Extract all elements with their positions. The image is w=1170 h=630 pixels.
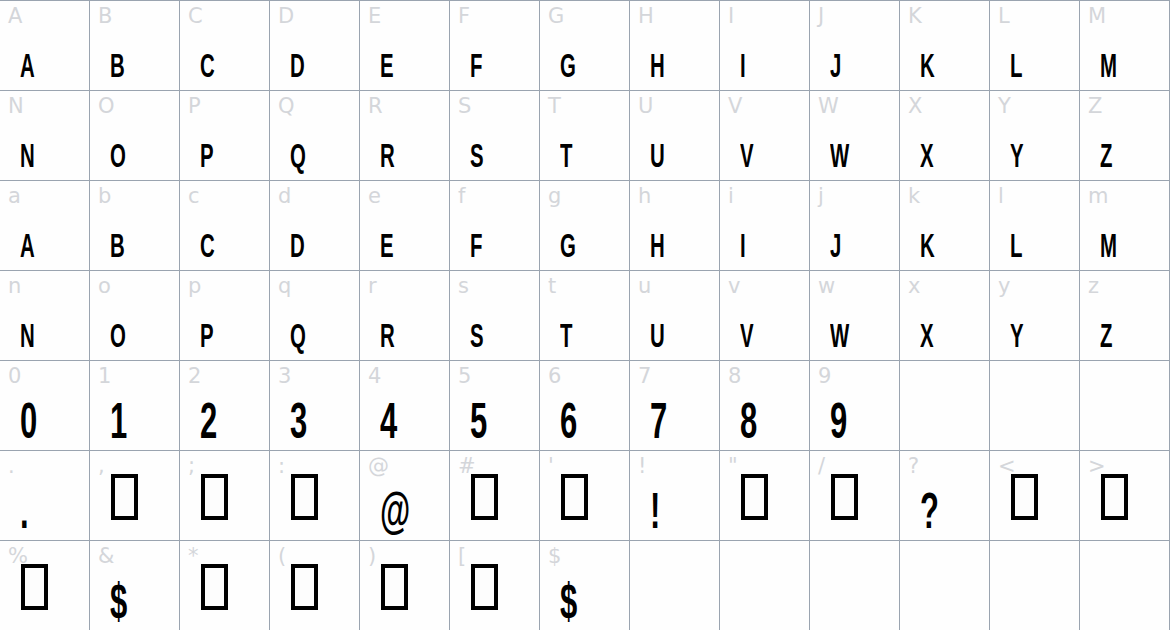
- charmap-cell: tT: [540, 271, 630, 361]
- cell-label: a: [8, 185, 21, 208]
- cell-label: S: [458, 95, 471, 118]
- cell-label: /: [818, 455, 825, 478]
- cell-glyph: U: [650, 318, 665, 352]
- charmap-cell: mM: [1080, 181, 1170, 271]
- cell-label: 5: [458, 365, 471, 388]
- notdef-box-glyph: [471, 474, 498, 520]
- cell-glyph: !: [650, 486, 660, 536]
- cell-label: I: [728, 5, 734, 28]
- cell-glyph: H: [650, 48, 665, 82]
- cell-glyph: Z: [1100, 138, 1112, 172]
- cell-glyph: 4: [380, 396, 397, 446]
- cell-label: J: [818, 5, 824, 28]
- cell-glyph: D: [290, 48, 305, 82]
- charmap-cell: VV: [720, 91, 810, 181]
- charmap-cell: @@: [360, 451, 450, 541]
- cell-glyph: F: [470, 228, 482, 262]
- cell-label: o: [98, 275, 111, 298]
- cell-label: *: [188, 545, 199, 568]
- cell-label: m: [1088, 185, 1108, 208]
- cell-label: M: [1088, 5, 1106, 28]
- cell-label: f: [458, 185, 465, 208]
- charmap-cell: (: [270, 541, 360, 630]
- charmap-cell: oO: [90, 271, 180, 361]
- cell-glyph: 8: [740, 396, 757, 446]
- notdef-box-glyph: [201, 564, 228, 610]
- charmap-cell: yY: [990, 271, 1080, 361]
- charmap-cell: 00: [0, 361, 90, 451]
- charmap-cell: kK: [900, 181, 990, 271]
- cell-label: B: [98, 5, 112, 28]
- cell-glyph: N: [20, 138, 35, 172]
- cell-glyph: D: [290, 228, 305, 262]
- cell-label: O: [98, 95, 115, 118]
- cell-label: h: [638, 185, 651, 208]
- charmap-cell: pP: [180, 271, 270, 361]
- charmap-cell: cC: [180, 181, 270, 271]
- cell-label: :: [278, 455, 285, 478]
- charmap-cell: [720, 541, 810, 630]
- notdef-box-glyph: [291, 474, 318, 520]
- cell-glyph: P: [200, 318, 214, 352]
- charmap-cell: QQ: [270, 91, 360, 181]
- charmap-cell: eE: [360, 181, 450, 271]
- charmap-cell: 22: [180, 361, 270, 451]
- cell-label: U: [638, 95, 653, 118]
- cell-glyph: O: [110, 318, 126, 352]
- cell-glyph: A: [20, 48, 35, 82]
- cell-label: 4: [368, 365, 381, 388]
- charmap-cell: rR: [360, 271, 450, 361]
- cell-label: G: [548, 5, 564, 28]
- notdef-box-glyph: [471, 564, 498, 610]
- charmap-cell: nN: [0, 271, 90, 361]
- notdef-box-glyph: [291, 564, 318, 610]
- charmap-cell: %: [0, 541, 90, 630]
- cell-label: C: [188, 5, 203, 28]
- cell-glyph: H: [650, 228, 665, 262]
- notdef-box-glyph: [1101, 474, 1128, 520]
- charmap-cell: sS: [450, 271, 540, 361]
- charmap-cell: YY: [990, 91, 1080, 181]
- charmap-cell: zZ: [1080, 271, 1170, 361]
- cell-label: t: [548, 275, 556, 298]
- cell-label: 7: [638, 365, 651, 388]
- charmap-cell: bB: [90, 181, 180, 271]
- cell-label: ": [728, 455, 738, 478]
- cell-label: u: [638, 275, 651, 298]
- cell-glyph: N: [20, 318, 35, 352]
- cell-glyph: A: [20, 228, 35, 262]
- charmap-cell: EE: [360, 1, 450, 91]
- cell-glyph: X: [920, 138, 934, 172]
- cell-glyph: 2: [200, 396, 217, 446]
- charmap-cell: [990, 361, 1080, 451]
- cell-glyph: Z: [1100, 318, 1112, 352]
- cell-label: g: [548, 185, 561, 208]
- cell-glyph: 5: [470, 396, 487, 446]
- charmap-cell: [990, 541, 1080, 630]
- cell-label: E: [368, 5, 381, 28]
- cell-label: X: [908, 95, 922, 118]
- cell-label: 1: [98, 365, 111, 388]
- cell-glyph: T: [560, 138, 572, 172]
- cell-glyph: I: [740, 48, 746, 82]
- charmap-cell: ': [540, 451, 630, 541]
- cell-glyph: K: [920, 228, 935, 262]
- charmap-cell: /: [810, 451, 900, 541]
- cell-label: D: [278, 5, 294, 28]
- cell-glyph: 1: [110, 396, 127, 446]
- cell-label: !: [638, 455, 646, 478]
- charmap-cell: ??: [900, 451, 990, 541]
- charmap-cell: [810, 541, 900, 630]
- charmap-cell: KK: [900, 1, 990, 91]
- cell-label: k: [908, 185, 920, 208]
- charmap-cell: [900, 541, 990, 630]
- cell-glyph: S: [470, 138, 484, 172]
- cell-label: ): [368, 545, 376, 568]
- charmap-cell: ): [360, 541, 450, 630]
- charmap-cell: [1080, 361, 1170, 451]
- charmap-cell: fF: [450, 181, 540, 271]
- notdef-box-glyph: [741, 474, 768, 520]
- charmap-cell: hH: [630, 181, 720, 271]
- cell-label: q: [278, 275, 291, 298]
- cell-label: Q: [278, 95, 295, 118]
- cell-label: (: [278, 545, 286, 568]
- cell-label: s: [458, 275, 469, 298]
- cell-glyph: X: [920, 318, 934, 352]
- cell-glyph: B: [110, 48, 125, 82]
- notdef-box-glyph: [1011, 474, 1038, 520]
- cell-glyph: J: [830, 48, 841, 82]
- charmap-cell: GG: [540, 1, 630, 91]
- cell-label: e: [368, 185, 381, 208]
- cell-glyph: M: [1100, 228, 1117, 262]
- charmap-cell: 66: [540, 361, 630, 451]
- charmap-cell: [630, 541, 720, 630]
- cell-glyph: L: [1010, 228, 1022, 262]
- charmap-cell: jJ: [810, 181, 900, 271]
- charmap-cell: lL: [990, 181, 1080, 271]
- cell-label: y: [998, 275, 1010, 298]
- cell-label: ;: [188, 455, 195, 478]
- cell-label: 2: [188, 365, 201, 388]
- cell-label: r: [368, 275, 377, 298]
- charmap-cell: ZZ: [1080, 91, 1170, 181]
- cell-glyph: L: [1010, 48, 1022, 82]
- cell-glyph: 6: [560, 396, 577, 446]
- cell-glyph: G: [560, 48, 576, 82]
- cell-label: i: [728, 185, 734, 208]
- charmap-cell: dD: [270, 181, 360, 271]
- charmap-cell: [900, 361, 990, 451]
- cell-label: R: [368, 95, 383, 118]
- cell-label: T: [548, 95, 561, 118]
- cell-glyph: Y: [1010, 318, 1024, 352]
- charmap-cell: SS: [450, 91, 540, 181]
- cell-glyph: ?: [920, 486, 939, 536]
- notdef-box-glyph: [111, 474, 138, 520]
- cell-glyph: J: [830, 228, 841, 262]
- cell-label: ?: [908, 455, 919, 478]
- cell-glyph: O: [110, 138, 126, 172]
- cell-glyph: C: [200, 48, 215, 82]
- charmap-cell: XX: [900, 91, 990, 181]
- cell-glyph: F: [470, 48, 482, 82]
- cell-label: H: [638, 5, 654, 28]
- charmap-cell: gG: [540, 181, 630, 271]
- charmap-cell: ..: [0, 451, 90, 541]
- cell-glyph: E: [380, 228, 394, 262]
- cell-label: n: [8, 275, 21, 298]
- cell-label: p: [188, 275, 201, 298]
- charmap-cell: !!: [630, 451, 720, 541]
- charmap-cell: &$: [90, 541, 180, 630]
- charmap-cell: [1080, 541, 1170, 630]
- notdef-box-glyph: [831, 474, 858, 520]
- charmap-cell: 44: [360, 361, 450, 451]
- notdef-box-glyph: [561, 474, 588, 520]
- cell-label: 0: [8, 365, 21, 388]
- charmap-cell: 77: [630, 361, 720, 451]
- notdef-box-glyph: [201, 474, 228, 520]
- charmap-cell: aA: [0, 181, 90, 271]
- cell-glyph: W: [830, 318, 849, 352]
- cell-label: j: [818, 185, 824, 208]
- charmap-cell: xX: [900, 271, 990, 361]
- cell-label: N: [8, 95, 24, 118]
- charmap-cell: 88: [720, 361, 810, 451]
- cell-label: 6: [548, 365, 561, 388]
- cell-label: 8: [728, 365, 741, 388]
- cell-label: @: [368, 455, 389, 478]
- cell-label: Z: [1088, 95, 1102, 118]
- cell-label: V: [728, 95, 742, 118]
- cell-glyph: $: [560, 576, 577, 626]
- charmap-cell: 11: [90, 361, 180, 451]
- cell-label: v: [728, 275, 740, 298]
- charmap-cell: II: [720, 1, 810, 91]
- cell-label: z: [1088, 275, 1099, 298]
- cell-label: F: [458, 5, 470, 28]
- charmap-cell: CC: [180, 1, 270, 91]
- cell-glyph: G: [560, 228, 576, 262]
- charmap-cell: ,: [90, 451, 180, 541]
- cell-glyph: T: [560, 318, 572, 352]
- charmap-cell: uU: [630, 271, 720, 361]
- cell-glyph: S: [470, 318, 484, 352]
- charmap-cell: OO: [90, 91, 180, 181]
- charmap-cell: #: [450, 451, 540, 541]
- cell-label: [: [458, 545, 466, 568]
- charmap-cell: BB: [90, 1, 180, 91]
- charmap-cell: *: [180, 541, 270, 630]
- charmap-cell: >: [1080, 451, 1170, 541]
- charmap-cell: vV: [720, 271, 810, 361]
- charmap-cell: TT: [540, 91, 630, 181]
- charmap-grid: AABBCCDDEEFFGGHHIIJJKKLLMMNNOOPPQQRRSSTT…: [0, 0, 1170, 630]
- cell-glyph: V: [740, 318, 754, 352]
- cell-glyph: 0: [20, 396, 37, 446]
- charmap-cell: wW: [810, 271, 900, 361]
- cell-glyph: M: [1100, 48, 1117, 82]
- cell-glyph: Q: [290, 138, 306, 172]
- cell-label: c: [188, 185, 200, 208]
- cell-glyph: .: [20, 486, 29, 536]
- cell-glyph: $: [110, 576, 127, 626]
- cell-glyph: C: [200, 228, 215, 262]
- cell-glyph: 3: [290, 396, 307, 446]
- cell-label: ,: [98, 455, 105, 478]
- cell-label: b: [98, 185, 111, 208]
- cell-label: P: [188, 95, 201, 118]
- cell-glyph: Q: [290, 318, 306, 352]
- cell-label: 3: [278, 365, 291, 388]
- charmap-cell: NN: [0, 91, 90, 181]
- charmap-cell: WW: [810, 91, 900, 181]
- charmap-cell: iI: [720, 181, 810, 271]
- cell-glyph: R: [380, 318, 395, 352]
- cell-label: &: [98, 545, 114, 568]
- cell-glyph: E: [380, 48, 394, 82]
- charmap-cell: DD: [270, 1, 360, 91]
- charmap-cell: ": [720, 451, 810, 541]
- cell-glyph: B: [110, 228, 125, 262]
- cell-label: d: [278, 185, 291, 208]
- cell-label: W: [818, 95, 839, 118]
- cell-glyph: @: [380, 486, 410, 536]
- cell-label: $: [548, 545, 561, 568]
- charmap-cell: UU: [630, 91, 720, 181]
- charmap-cell: 99: [810, 361, 900, 451]
- cell-glyph: K: [920, 48, 935, 82]
- notdef-box-glyph: [381, 564, 408, 610]
- charmap-cell: HH: [630, 1, 720, 91]
- charmap-cell: 55: [450, 361, 540, 451]
- charmap-cell: FF: [450, 1, 540, 91]
- cell-label: L: [998, 5, 1010, 28]
- cell-label: l: [998, 185, 1004, 208]
- cell-glyph: P: [200, 138, 214, 172]
- charmap-cell: :: [270, 451, 360, 541]
- charmap-cell: MM: [1080, 1, 1170, 91]
- cell-glyph: Y: [1010, 138, 1024, 172]
- charmap-cell: 33: [270, 361, 360, 451]
- cell-glyph: U: [650, 138, 665, 172]
- charmap-cell: qQ: [270, 271, 360, 361]
- charmap-cell: JJ: [810, 1, 900, 91]
- cell-label: K: [908, 5, 922, 28]
- cell-glyph: W: [830, 138, 849, 172]
- charmap-cell: <: [990, 451, 1080, 541]
- notdef-box-glyph: [21, 564, 48, 610]
- charmap-cell: LL: [990, 1, 1080, 91]
- cell-glyph: V: [740, 138, 754, 172]
- cell-label: ': [548, 455, 554, 478]
- cell-label: Y: [998, 95, 1011, 118]
- charmap-cell: RR: [360, 91, 450, 181]
- cell-glyph: I: [740, 228, 746, 262]
- cell-glyph: 9: [830, 396, 847, 446]
- cell-label: x: [908, 275, 920, 298]
- cell-label: A: [8, 5, 22, 28]
- cell-glyph: 7: [650, 396, 667, 446]
- charmap-cell: [: [450, 541, 540, 630]
- charmap-cell: AA: [0, 1, 90, 91]
- cell-label: 9: [818, 365, 831, 388]
- charmap-cell: $$: [540, 541, 630, 630]
- cell-label: .: [8, 455, 15, 478]
- cell-label: w: [818, 275, 835, 298]
- charmap-cell: ;: [180, 451, 270, 541]
- charmap-cell: PP: [180, 91, 270, 181]
- cell-glyph: R: [380, 138, 395, 172]
